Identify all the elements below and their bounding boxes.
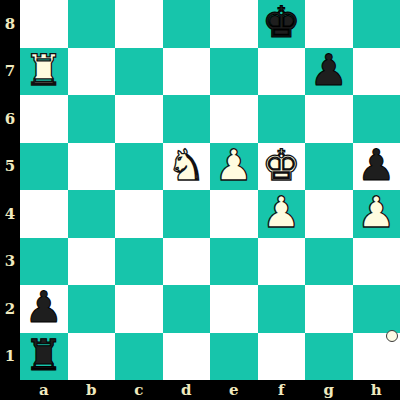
rank-label-2: 2	[0, 285, 20, 333]
square-d8[interactable]	[163, 0, 211, 48]
square-c4[interactable]	[115, 190, 163, 238]
rank-labels: 87654321	[0, 0, 20, 380]
square-b7[interactable]	[68, 48, 116, 96]
piece-white-pawn: ♟	[214, 144, 253, 187]
square-b2[interactable]	[68, 285, 116, 333]
square-e5[interactable]: ♟	[210, 143, 258, 191]
file-label-h: h	[353, 380, 400, 400]
square-b6[interactable]	[68, 95, 116, 143]
square-a5[interactable]	[20, 143, 68, 191]
square-f3[interactable]	[258, 238, 306, 286]
rank-label-1: 1	[0, 333, 20, 381]
square-f4[interactable]: ♟	[258, 190, 306, 238]
file-label-b: b	[68, 380, 116, 400]
square-f5[interactable]: ♚	[258, 143, 306, 191]
square-h3[interactable]	[353, 238, 400, 286]
square-d1[interactable]	[163, 333, 211, 381]
square-e7[interactable]	[210, 48, 258, 96]
square-f2[interactable]	[258, 285, 306, 333]
square-a4[interactable]	[20, 190, 68, 238]
square-f6[interactable]	[258, 95, 306, 143]
chess-board: ♚♜♟♞♟♚♟♟♟♟♜	[20, 0, 400, 380]
square-b8[interactable]	[68, 0, 116, 48]
square-h2[interactable]	[353, 285, 400, 333]
square-e8[interactable]	[210, 0, 258, 48]
square-e3[interactable]	[210, 238, 258, 286]
square-b3[interactable]	[68, 238, 116, 286]
square-g6[interactable]	[305, 95, 353, 143]
square-c8[interactable]	[115, 0, 163, 48]
square-h6[interactable]	[353, 95, 400, 143]
piece-black-pawn: ♟	[309, 49, 348, 92]
square-c7[interactable]	[115, 48, 163, 96]
square-g1[interactable]	[305, 333, 353, 381]
square-g5[interactable]	[305, 143, 353, 191]
square-a6[interactable]	[20, 95, 68, 143]
square-d2[interactable]	[163, 285, 211, 333]
rank-label-4: 4	[0, 190, 20, 238]
rank-label-3: 3	[0, 238, 20, 286]
file-label-c: c	[115, 380, 163, 400]
piece-black-pawn: ♟	[24, 286, 63, 329]
square-c2[interactable]	[115, 285, 163, 333]
square-g4[interactable]	[305, 190, 353, 238]
piece-white-king: ♚	[262, 144, 301, 187]
square-b4[interactable]	[68, 190, 116, 238]
square-a3[interactable]	[20, 238, 68, 286]
piece-white-pawn: ♟	[357, 191, 396, 234]
square-e6[interactable]	[210, 95, 258, 143]
square-d3[interactable]	[163, 238, 211, 286]
square-c1[interactable]	[115, 333, 163, 381]
file-label-f: f	[258, 380, 306, 400]
piece-black-king: ♚	[262, 1, 301, 44]
square-d5[interactable]: ♞	[163, 143, 211, 191]
square-e2[interactable]	[210, 285, 258, 333]
square-d4[interactable]	[163, 190, 211, 238]
square-c5[interactable]	[115, 143, 163, 191]
rank-label-5: 5	[0, 143, 20, 191]
square-f8[interactable]: ♚	[258, 0, 306, 48]
rank-label-8: 8	[0, 0, 20, 48]
square-b5[interactable]	[68, 143, 116, 191]
piece-black-rook: ♜	[24, 334, 63, 377]
square-f1[interactable]	[258, 333, 306, 381]
square-b1[interactable]	[68, 333, 116, 381]
square-a7[interactable]: ♜	[20, 48, 68, 96]
piece-white-knight: ♞	[167, 144, 206, 187]
file-label-e: e	[210, 380, 258, 400]
piece-white-rook: ♜	[24, 49, 63, 92]
piece-white-pawn: ♟	[262, 191, 301, 234]
file-label-g: g	[305, 380, 353, 400]
square-a8[interactable]	[20, 0, 68, 48]
square-f7[interactable]	[258, 48, 306, 96]
square-h8[interactable]	[353, 0, 400, 48]
white-to-move-indicator	[386, 330, 398, 342]
square-e1[interactable]	[210, 333, 258, 381]
square-e4[interactable]	[210, 190, 258, 238]
square-d6[interactable]	[163, 95, 211, 143]
rank-label-7: 7	[0, 48, 20, 96]
square-h7[interactable]	[353, 48, 400, 96]
file-label-d: d	[163, 380, 211, 400]
square-a1[interactable]: ♜	[20, 333, 68, 381]
square-c3[interactable]	[115, 238, 163, 286]
square-d7[interactable]	[163, 48, 211, 96]
file-labels: abcdefgh	[20, 380, 400, 400]
square-g7[interactable]: ♟	[305, 48, 353, 96]
square-g3[interactable]	[305, 238, 353, 286]
piece-black-pawn: ♟	[357, 144, 396, 187]
file-label-a: a	[20, 380, 68, 400]
square-h5[interactable]: ♟	[353, 143, 400, 191]
square-h4[interactable]: ♟	[353, 190, 400, 238]
square-g2[interactable]	[305, 285, 353, 333]
rank-label-6: 6	[0, 95, 20, 143]
square-c6[interactable]	[115, 95, 163, 143]
chess-diagram: 87654321 ♚♜♟♞♟♚♟♟♟♟♜ abcdefgh	[0, 0, 400, 400]
square-a2[interactable]: ♟	[20, 285, 68, 333]
square-g8[interactable]	[305, 0, 353, 48]
